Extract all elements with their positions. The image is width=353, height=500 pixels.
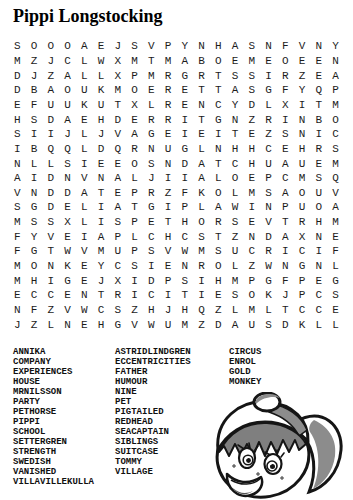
grid-cell[interactable]: D xyxy=(59,185,76,200)
grid-cell[interactable]: C xyxy=(311,288,328,303)
grid-cell[interactable]: P xyxy=(160,273,177,288)
grid-cell[interactable]: W xyxy=(177,244,194,259)
grid-cell[interactable]: C xyxy=(110,259,127,274)
grid-cell[interactable]: I xyxy=(177,112,194,127)
grid-cell[interactable]: X xyxy=(126,98,143,113)
grid-cell[interactable]: N xyxy=(177,259,194,274)
grid-cell[interactable]: A xyxy=(210,200,227,215)
grid-cell[interactable]: H xyxy=(93,112,110,127)
grid-cell[interactable]: Y xyxy=(294,83,311,98)
grid-cell[interactable]: O xyxy=(59,39,76,54)
grid-cell[interactable]: M xyxy=(9,54,26,69)
grid-cell[interactable]: R xyxy=(143,185,160,200)
grid-cell[interactable]: I xyxy=(311,127,328,142)
grid-cell[interactable]: H xyxy=(26,273,43,288)
grid-cell[interactable]: N xyxy=(244,229,261,244)
grid-cell[interactable]: V xyxy=(59,303,76,318)
grid-cell[interactable]: A xyxy=(227,39,244,54)
grid-cell[interactable]: H xyxy=(311,215,328,230)
grid-cell[interactable]: E xyxy=(110,185,127,200)
grid-cell[interactable]: E xyxy=(260,54,277,69)
grid-cell[interactable]: R xyxy=(126,142,143,157)
grid-cell[interactable]: J xyxy=(110,39,127,54)
grid-cell[interactable]: K xyxy=(76,98,93,113)
grid-cell[interactable]: M xyxy=(244,303,261,318)
grid-cell[interactable]: Z xyxy=(227,229,244,244)
grid-cell[interactable]: A xyxy=(93,229,110,244)
grid-cell[interactable]: E xyxy=(244,171,261,186)
grid-cell[interactable]: I xyxy=(160,200,177,215)
grid-cell[interactable]: M xyxy=(126,54,143,69)
grid-cell[interactable]: I xyxy=(294,98,311,113)
grid-cell[interactable]: N xyxy=(76,288,93,303)
grid-cell[interactable]: S xyxy=(327,142,344,157)
grid-cell[interactable]: L xyxy=(193,200,210,215)
grid-cell[interactable]: L xyxy=(126,229,143,244)
grid-cell[interactable]: E xyxy=(227,54,244,69)
grid-cell[interactable]: E xyxy=(143,83,160,98)
grid-cell[interactable]: A xyxy=(126,127,143,142)
grid-cell[interactable]: U xyxy=(294,200,311,215)
grid-cell[interactable]: E xyxy=(76,112,93,127)
grid-cell[interactable]: G xyxy=(26,244,43,259)
grid-cell[interactable]: T xyxy=(210,83,227,98)
grid-cell[interactable]: I xyxy=(76,156,93,171)
grid-cell[interactable]: L xyxy=(227,185,244,200)
grid-cell[interactable]: L xyxy=(210,171,227,186)
grid-cell[interactable]: H xyxy=(294,142,311,157)
grid-cell[interactable]: M xyxy=(193,244,210,259)
grid-cell[interactable]: L xyxy=(327,317,344,332)
grid-cell[interactable]: U xyxy=(294,156,311,171)
grid-cell[interactable]: R xyxy=(110,288,127,303)
grid-cell[interactable]: O xyxy=(327,112,344,127)
grid-cell[interactable]: N xyxy=(193,39,210,54)
grid-cell[interactable]: I xyxy=(160,288,177,303)
grid-cell[interactable]: Z xyxy=(244,259,261,274)
grid-cell[interactable]: E xyxy=(126,112,143,127)
grid-cell[interactable]: W xyxy=(227,200,244,215)
grid-cell[interactable]: S xyxy=(227,68,244,83)
grid-cell[interactable]: E xyxy=(93,156,110,171)
grid-cell[interactable]: D xyxy=(43,200,60,215)
grid-cell[interactable]: H xyxy=(177,303,194,318)
grid-cell[interactable]: P xyxy=(177,200,194,215)
grid-cell[interactable]: T xyxy=(143,54,160,69)
grid-cell[interactable]: O xyxy=(294,185,311,200)
grid-cell[interactable]: C xyxy=(93,303,110,318)
grid-cell[interactable]: A xyxy=(177,54,194,69)
grid-cell[interactable]: Y xyxy=(93,259,110,274)
grid-cell[interactable]: T xyxy=(210,68,227,83)
grid-cell[interactable]: E xyxy=(327,229,344,244)
grid-cell[interactable]: K xyxy=(59,259,76,274)
grid-cell[interactable]: O xyxy=(59,83,76,98)
grid-cell[interactable]: U xyxy=(160,317,177,332)
grid-cell[interactable]: R xyxy=(160,83,177,98)
grid-cell[interactable]: S xyxy=(110,215,127,230)
grid-cell[interactable]: Z xyxy=(126,303,143,318)
grid-cell[interactable]: U xyxy=(93,98,110,113)
grid-cell[interactable]: U xyxy=(110,244,127,259)
grid-cell[interactable]: B xyxy=(26,142,43,157)
grid-cell[interactable]: O xyxy=(244,288,261,303)
grid-cell[interactable]: N xyxy=(294,127,311,142)
grid-cell[interactable]: H xyxy=(210,39,227,54)
grid-cell[interactable]: C xyxy=(327,127,344,142)
grid-cell[interactable]: E xyxy=(177,83,194,98)
grid-cell[interactable]: L xyxy=(76,142,93,157)
grid-cell[interactable]: Z xyxy=(294,68,311,83)
grid-cell[interactable]: M xyxy=(294,171,311,186)
grid-cell[interactable]: W xyxy=(143,317,160,332)
grid-cell[interactable]: H xyxy=(93,317,110,332)
grid-cell[interactable]: H xyxy=(9,112,26,127)
grid-cell[interactable]: A xyxy=(327,68,344,83)
grid-cell[interactable]: T xyxy=(277,215,294,230)
grid-cell[interactable]: N xyxy=(311,259,328,274)
grid-cell[interactable]: P xyxy=(294,273,311,288)
grid-cell[interactable]: C xyxy=(311,303,328,318)
grid-cell[interactable]: M xyxy=(227,273,244,288)
grid-cell[interactable]: V xyxy=(76,244,93,259)
grid-cell[interactable]: U xyxy=(160,142,177,157)
grid-cell[interactable]: K xyxy=(294,317,311,332)
grid-cell[interactable]: C xyxy=(227,156,244,171)
grid-cell[interactable]: Y xyxy=(327,39,344,54)
grid-cell[interactable]: T xyxy=(210,229,227,244)
grid-cell[interactable]: J xyxy=(26,68,43,83)
grid-cell[interactable]: J xyxy=(143,171,160,186)
grid-cell[interactable]: Q xyxy=(311,83,328,98)
grid-cell[interactable]: I xyxy=(143,259,160,274)
grid-cell[interactable]: A xyxy=(76,39,93,54)
grid-cell[interactable]: R xyxy=(294,215,311,230)
grid-cell[interactable]: H xyxy=(227,142,244,157)
grid-cell[interactable]: N xyxy=(227,112,244,127)
grid-cell[interactable]: E xyxy=(76,259,93,274)
grid-cell[interactable]: C xyxy=(294,303,311,318)
grid-cell[interactable]: S xyxy=(26,215,43,230)
grid-cell[interactable]: D xyxy=(277,317,294,332)
grid-cell[interactable]: S xyxy=(26,112,43,127)
grid-cell[interactable]: S xyxy=(210,244,227,259)
grid-cell[interactable]: Q xyxy=(193,303,210,318)
grid-cell[interactable]: H xyxy=(244,142,261,157)
grid-cell[interactable]: Z xyxy=(43,68,60,83)
grid-cell[interactable]: I xyxy=(193,273,210,288)
grid-cell[interactable]: N xyxy=(210,142,227,157)
grid-cell[interactable]: F xyxy=(277,273,294,288)
grid-cell[interactable]: M xyxy=(327,98,344,113)
grid-cell[interactable]: Z xyxy=(193,317,210,332)
grid-cell[interactable]: N xyxy=(311,39,328,54)
grid-cell[interactable]: D xyxy=(177,156,194,171)
grid-cell[interactable]: X xyxy=(110,273,127,288)
grid-cell[interactable]: T xyxy=(43,244,60,259)
grid-cell[interactable]: V xyxy=(9,185,26,200)
grid-cell[interactable]: J xyxy=(277,288,294,303)
grid-cell[interactable]: P xyxy=(277,200,294,215)
grid-cell[interactable]: A xyxy=(43,83,60,98)
grid-cell[interactable]: B xyxy=(26,83,43,98)
grid-cell[interactable]: G xyxy=(143,127,160,142)
grid-cell[interactable]: D xyxy=(210,317,227,332)
grid-cell[interactable]: W xyxy=(260,259,277,274)
grid-cell[interactable]: S xyxy=(177,273,194,288)
grid-cell[interactable]: A xyxy=(76,185,93,200)
grid-cell[interactable]: S xyxy=(227,215,244,230)
grid-cell[interactable]: T xyxy=(277,303,294,318)
grid-cell[interactable]: S xyxy=(9,200,26,215)
grid-cell[interactable]: S xyxy=(260,317,277,332)
grid-cell[interactable]: U xyxy=(311,185,328,200)
grid-cell[interactable]: H xyxy=(160,229,177,244)
grid-cell[interactable]: M xyxy=(327,215,344,230)
grid-cell[interactable]: X xyxy=(277,98,294,113)
grid-cell[interactable]: I xyxy=(244,200,261,215)
grid-cell[interactable]: T xyxy=(126,200,143,215)
grid-cell[interactable]: V xyxy=(126,317,143,332)
grid-cell[interactable]: F xyxy=(277,83,294,98)
grid-cell[interactable]: G xyxy=(110,317,127,332)
grid-cell[interactable]: N xyxy=(26,185,43,200)
grid-cell[interactable]: U xyxy=(76,83,93,98)
grid-cell[interactable]: S xyxy=(143,244,160,259)
grid-cell[interactable]: P xyxy=(110,229,127,244)
grid-cell[interactable]: E xyxy=(59,200,76,215)
grid-cell[interactable]: N xyxy=(294,112,311,127)
grid-cell[interactable]: G xyxy=(260,273,277,288)
grid-cell[interactable]: R xyxy=(277,68,294,83)
grid-cell[interactable]: N xyxy=(9,303,26,318)
grid-cell[interactable]: E xyxy=(244,127,261,142)
grid-cell[interactable]: E xyxy=(9,98,26,113)
grid-cell[interactable]: I xyxy=(43,273,60,288)
grid-cell[interactable]: Y xyxy=(227,98,244,113)
grid-cell[interactable]: I xyxy=(26,127,43,142)
grid-cell[interactable]: I xyxy=(277,244,294,259)
grid-cell[interactable]: B xyxy=(193,54,210,69)
grid-cell[interactable]: N xyxy=(277,259,294,274)
grid-cell[interactable]: L xyxy=(260,303,277,318)
grid-cell[interactable]: S xyxy=(311,171,328,186)
grid-cell[interactable]: I xyxy=(277,112,294,127)
grid-cell[interactable]: A xyxy=(277,185,294,200)
grid-cell[interactable]: N xyxy=(311,229,328,244)
grid-cell[interactable]: M xyxy=(160,54,177,69)
grid-cell[interactable]: S xyxy=(143,156,160,171)
grid-cell[interactable]: B xyxy=(311,112,328,127)
grid-cell[interactable]: T xyxy=(193,83,210,98)
grid-cell[interactable]: L xyxy=(93,68,110,83)
grid-cell[interactable]: E xyxy=(160,259,177,274)
grid-cell[interactable]: A xyxy=(277,229,294,244)
grid-cell[interactable]: I xyxy=(260,68,277,83)
grid-cell[interactable]: E xyxy=(110,156,127,171)
grid-cell[interactable]: V xyxy=(260,215,277,230)
grid-cell[interactable]: O xyxy=(43,39,60,54)
grid-cell[interactable]: E xyxy=(311,68,328,83)
grid-cell[interactable]: X xyxy=(59,215,76,230)
grid-cell[interactable]: G xyxy=(327,273,344,288)
grid-cell[interactable]: L xyxy=(227,259,244,274)
grid-cell[interactable]: P xyxy=(126,68,143,83)
grid-cell[interactable]: J xyxy=(9,317,26,332)
grid-cell[interactable]: I xyxy=(43,127,60,142)
grid-cell[interactable]: O xyxy=(227,171,244,186)
grid-cell[interactable]: Z xyxy=(26,317,43,332)
grid-cell[interactable]: A xyxy=(327,200,344,215)
grid-cell[interactable]: I xyxy=(177,171,194,186)
grid-cell[interactable]: S xyxy=(244,68,261,83)
grid-cell[interactable]: P xyxy=(327,83,344,98)
grid-cell[interactable]: R xyxy=(260,244,277,259)
grid-cell[interactable]: I xyxy=(177,127,194,142)
grid-cell[interactable]: N xyxy=(59,171,76,186)
grid-cell[interactable]: C xyxy=(59,54,76,69)
grid-cell[interactable]: N xyxy=(260,39,277,54)
grid-cell[interactable]: S xyxy=(244,39,261,54)
grid-cell[interactable]: S xyxy=(9,39,26,54)
grid-cell[interactable]: Q xyxy=(43,142,60,157)
grid-cell[interactable]: A xyxy=(110,171,127,186)
grid-cell[interactable]: I xyxy=(126,288,143,303)
grid-cell[interactable]: F xyxy=(177,185,194,200)
grid-cell[interactable]: I xyxy=(93,215,110,230)
grid-cell[interactable]: D xyxy=(110,112,127,127)
grid-cell[interactable]: S xyxy=(110,303,127,318)
grid-cell[interactable]: V xyxy=(294,39,311,54)
grid-cell[interactable]: A xyxy=(227,83,244,98)
grid-cell[interactable]: W xyxy=(76,303,93,318)
grid-cell[interactable]: R xyxy=(143,112,160,127)
grid-cell[interactable]: F xyxy=(277,39,294,54)
grid-cell[interactable]: V xyxy=(160,244,177,259)
grid-cell[interactable]: L xyxy=(76,127,93,142)
grid-cell[interactable]: K xyxy=(193,185,210,200)
grid-cell[interactable]: S xyxy=(327,288,344,303)
grid-cell[interactable]: S xyxy=(193,229,210,244)
grid-cell[interactable]: C xyxy=(244,244,261,259)
grid-cell[interactable]: F xyxy=(9,244,26,259)
grid-cell[interactable]: P xyxy=(126,185,143,200)
grid-cell[interactable]: Q xyxy=(59,142,76,157)
grid-cell[interactable]: O xyxy=(126,156,143,171)
grid-cell[interactable]: E xyxy=(311,156,328,171)
grid-cell[interactable]: H xyxy=(143,303,160,318)
grid-cell[interactable]: P xyxy=(126,244,143,259)
grid-cell[interactable]: J xyxy=(59,127,76,142)
grid-cell[interactable]: M xyxy=(177,317,194,332)
grid-cell[interactable]: N xyxy=(260,200,277,215)
grid-cell[interactable]: S xyxy=(260,185,277,200)
grid-cell[interactable]: Z xyxy=(244,112,261,127)
grid-cell[interactable]: L xyxy=(43,317,60,332)
grid-cell[interactable]: O xyxy=(126,83,143,98)
grid-cell[interactable]: I xyxy=(126,273,143,288)
grid-cell[interactable]: L xyxy=(76,54,93,69)
grid-cell[interactable]: T xyxy=(193,112,210,127)
grid-cell[interactable]: P xyxy=(244,273,261,288)
grid-cell[interactable]: E xyxy=(177,98,194,113)
grid-cell[interactable]: R xyxy=(311,142,328,157)
grid-cell[interactable]: D xyxy=(43,112,60,127)
grid-cell[interactable]: E xyxy=(76,317,93,332)
grid-cell[interactable]: O xyxy=(26,39,43,54)
grid-cell[interactable]: T xyxy=(110,98,127,113)
grid-cell[interactable]: L xyxy=(43,156,60,171)
grid-cell[interactable]: U xyxy=(59,98,76,113)
grid-cell[interactable]: E xyxy=(210,288,227,303)
grid-cell[interactable]: A xyxy=(59,68,76,83)
grid-cell[interactable]: A xyxy=(277,156,294,171)
grid-cell[interactable]: M xyxy=(110,83,127,98)
grid-cell[interactable]: C xyxy=(26,288,43,303)
grid-cell[interactable]: E xyxy=(327,303,344,318)
grid-cell[interactable]: R xyxy=(160,112,177,127)
grid-cell[interactable]: Z xyxy=(210,303,227,318)
grid-cell[interactable]: O xyxy=(210,185,227,200)
grid-cell[interactable]: C xyxy=(143,288,160,303)
grid-cell[interactable]: M xyxy=(9,259,26,274)
grid-cell[interactable]: R xyxy=(160,68,177,83)
grid-cell[interactable]: G xyxy=(59,273,76,288)
grid-cell[interactable]: M xyxy=(244,54,261,69)
grid-cell[interactable]: N xyxy=(9,156,26,171)
grid-cell[interactable]: D xyxy=(93,142,110,157)
grid-cell[interactable]: I xyxy=(311,244,328,259)
grid-cell[interactable]: O xyxy=(277,54,294,69)
grid-cell[interactable]: X xyxy=(294,229,311,244)
grid-cell[interactable]: L xyxy=(126,171,143,186)
grid-cell[interactable]: E xyxy=(193,127,210,142)
grid-cell[interactable]: F xyxy=(9,229,26,244)
grid-cell[interactable]: P xyxy=(294,288,311,303)
grid-cell[interactable]: A xyxy=(193,156,210,171)
grid-cell[interactable]: A xyxy=(59,112,76,127)
grid-cell[interactable]: E xyxy=(143,215,160,230)
grid-cell[interactable]: E xyxy=(59,288,76,303)
grid-cell[interactable]: Z xyxy=(260,127,277,142)
grid-cell[interactable]: I xyxy=(160,171,177,186)
grid-cell[interactable]: U xyxy=(260,156,277,171)
grid-cell[interactable]: Q xyxy=(110,142,127,157)
grid-cell[interactable]: L xyxy=(327,259,344,274)
grid-cell[interactable]: J xyxy=(160,303,177,318)
grid-cell[interactable]: D xyxy=(9,68,26,83)
grid-cell[interactable]: S xyxy=(227,288,244,303)
grid-cell[interactable]: T xyxy=(311,98,328,113)
grid-cell[interactable]: R xyxy=(160,98,177,113)
grid-cell[interactable]: X xyxy=(110,54,127,69)
grid-cell[interactable]: C xyxy=(260,142,277,157)
grid-cell[interactable]: D xyxy=(43,185,60,200)
grid-cell[interactable]: E xyxy=(277,142,294,157)
grid-cell[interactable]: V xyxy=(110,127,127,142)
grid-cell[interactable]: O xyxy=(210,259,227,274)
grid-cell[interactable]: E xyxy=(244,215,261,230)
grid-cell[interactable]: G xyxy=(26,200,43,215)
grid-cell[interactable]: M xyxy=(143,68,160,83)
grid-cell[interactable]: M xyxy=(327,156,344,171)
grid-cell[interactable]: O xyxy=(210,54,227,69)
grid-cell[interactable]: J xyxy=(93,127,110,142)
grid-cell[interactable]: A xyxy=(9,171,26,186)
grid-cell[interactable]: D xyxy=(244,98,261,113)
grid-cell[interactable]: C xyxy=(277,171,294,186)
grid-cell[interactable]: M xyxy=(93,244,110,259)
